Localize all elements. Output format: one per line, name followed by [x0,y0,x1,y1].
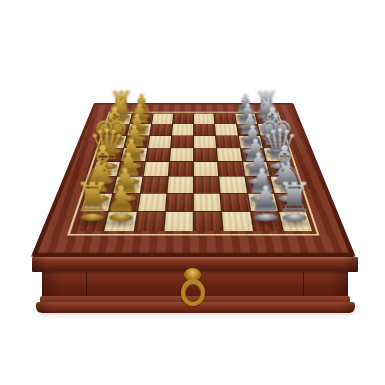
piece-white-rook-a1[interactable]: ♜ [65,173,120,221]
square-c5[interactable] [194,177,220,193]
square-c4[interactable] [167,177,193,193]
piece-glyph: ♜ [65,177,120,218]
chess-set-product-photo: ♜♞♝♛♚♝♞♜♟♟♟♟♟♟♟♟♟♟♟♟♟♟♟♟♜♞♝♛♚♝♞♜ [0,0,385,385]
square-b4[interactable] [166,193,193,211]
square-h5[interactable] [194,114,214,124]
piece-base-disc [80,214,104,221]
square-e5[interactable] [194,148,217,161]
board-perspective-scene: ♜♞♝♛♚♝♞♜♟♟♟♟♟♟♟♟♟♟♟♟♟♟♟♟♜♞♝♛♚♝♞♜ [0,0,385,385]
chess-board: ♜♞♝♛♚♝♞♜♟♟♟♟♟♟♟♟♟♟♟♟♟♟♟♟♜♞♝♛♚♝♞♜ [31,103,356,257]
piece-black-pawn-a7[interactable]: ♟ [238,178,293,221]
square-a4[interactable] [164,212,193,232]
square-f5[interactable] [194,136,216,148]
square-g5[interactable] [194,124,215,135]
square-h4[interactable] [173,114,193,124]
piece-glyph: ♟ [238,181,293,217]
square-a5[interactable] [194,212,223,232]
square-g4[interactable] [172,124,193,135]
piece-base-disc [254,214,278,221]
square-f4[interactable] [171,136,193,148]
square-e4[interactable] [170,148,193,161]
square-b5[interactable] [194,193,221,211]
